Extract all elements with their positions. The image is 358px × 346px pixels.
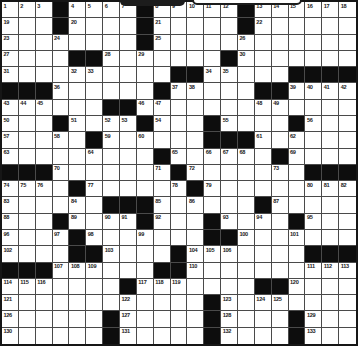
cell-r11c16[interactable] <box>255 165 272 181</box>
cell-r9c18[interactable]: 62 <box>289 132 306 148</box>
cell-r12c8[interactable] <box>120 181 137 197</box>
cell-r3c19[interactable] <box>305 35 322 51</box>
cell-r8c19[interactable]: 56 <box>305 116 322 132</box>
cell-r10c5[interactable] <box>69 149 86 165</box>
cell-r18c19[interactable] <box>305 279 322 295</box>
cell-r10c8[interactable] <box>120 149 137 165</box>
cell-r8c14[interactable]: 55 <box>221 116 238 132</box>
cell-r19c11[interactable] <box>171 295 188 311</box>
cell-r21c14[interactable]: 132 <box>221 328 238 344</box>
cell-r14c19[interactable]: 95 <box>305 214 322 230</box>
cell-r11c17[interactable]: 73 <box>272 165 289 181</box>
cell-r20c4[interactable] <box>53 311 70 327</box>
cell-r16c15[interactable] <box>238 246 255 262</box>
cell-r3c21[interactable] <box>339 35 356 51</box>
cell-r10c1[interactable]: 63 <box>2 149 19 165</box>
cell-r7c2[interactable]: 44 <box>19 100 36 116</box>
cell-r8c7[interactable]: 52 <box>103 116 120 132</box>
cell-r6c5[interactable] <box>69 83 86 99</box>
cell-r6c13[interactable] <box>204 83 221 99</box>
cell-r10c21[interactable] <box>339 149 356 165</box>
cell-r17c6[interactable]: 109 <box>86 263 103 279</box>
cell-r15c18[interactable]: 101 <box>289 230 306 246</box>
cell-r2c17[interactable] <box>272 18 289 34</box>
cell-r14c2[interactable] <box>19 214 36 230</box>
cell-r2c13[interactable] <box>204 18 221 34</box>
cell-r15c11[interactable] <box>171 230 188 246</box>
cell-r2c3[interactable] <box>36 18 53 34</box>
cell-r10c20[interactable] <box>322 149 339 165</box>
cell-r14c1[interactable]: 88 <box>2 214 19 230</box>
cell-r8c20[interactable] <box>322 116 339 132</box>
cell-r20c12[interactable] <box>187 311 204 327</box>
cell-r12c21[interactable]: 82 <box>339 181 356 197</box>
cell-r13c18[interactable] <box>289 197 306 213</box>
cell-r4c19[interactable] <box>305 51 322 67</box>
cell-r15c17[interactable] <box>272 230 289 246</box>
cell-r9c7[interactable]: 59 <box>103 132 120 148</box>
cell-r14c15[interactable] <box>238 214 255 230</box>
cell-r16c14[interactable]: 106 <box>221 246 238 262</box>
cell-r9c17[interactable] <box>272 132 289 148</box>
cell-r4c21[interactable] <box>339 51 356 67</box>
cell-r11c7[interactable] <box>103 165 120 181</box>
cell-r15c19[interactable] <box>305 230 322 246</box>
cell-r7c3[interactable]: 45 <box>36 100 53 116</box>
cell-r4c18[interactable] <box>289 51 306 67</box>
cell-r5c14[interactable]: 35 <box>221 67 238 83</box>
cell-r13c14[interactable] <box>221 197 238 213</box>
cell-r3c10[interactable]: 25 <box>154 35 171 51</box>
cell-r3c20[interactable] <box>322 35 339 51</box>
cell-r13c19[interactable] <box>305 197 322 213</box>
cell-r13c21[interactable] <box>339 197 356 213</box>
cell-r1c3[interactable]: 3 <box>36 2 53 18</box>
cell-r18c15[interactable] <box>238 279 255 295</box>
cell-r7c10[interactable]: 47 <box>154 100 171 116</box>
cell-r7c5[interactable] <box>69 100 86 116</box>
cell-r3c8[interactable] <box>120 35 137 51</box>
cell-r15c15[interactable]: 100 <box>238 230 255 246</box>
cell-r14c16[interactable]: 94 <box>255 214 272 230</box>
cell-r3c7[interactable] <box>103 35 120 51</box>
cell-r19c6[interactable] <box>86 295 103 311</box>
cell-r16c8[interactable] <box>120 246 137 262</box>
cell-r8c10[interactable]: 54 <box>154 116 171 132</box>
cell-r20c5[interactable] <box>69 311 86 327</box>
cell-r2c18[interactable] <box>289 18 306 34</box>
cell-r2c1[interactable]: 19 <box>2 18 19 34</box>
cell-r6c6[interactable] <box>86 83 103 99</box>
cell-r11c8[interactable] <box>120 165 137 181</box>
cell-r21c2[interactable] <box>19 328 36 344</box>
cell-r19c4[interactable] <box>53 295 70 311</box>
cell-r20c16[interactable] <box>255 311 272 327</box>
cell-r5c3[interactable] <box>36 67 53 83</box>
cell-r18c5[interactable] <box>69 279 86 295</box>
cell-r19c18[interactable] <box>289 295 306 311</box>
cell-r5c10[interactable] <box>154 67 171 83</box>
cell-r17c8[interactable] <box>120 263 137 279</box>
cell-r17c7[interactable] <box>103 263 120 279</box>
cell-r9c19[interactable] <box>305 132 322 148</box>
cell-r15c2[interactable] <box>19 230 36 246</box>
cell-r17c16[interactable] <box>255 263 272 279</box>
cell-r5c4[interactable] <box>53 67 70 83</box>
cell-r3c17[interactable] <box>272 35 289 51</box>
cell-r8c17[interactable] <box>272 116 289 132</box>
cell-r15c1[interactable]: 96 <box>2 230 19 246</box>
cell-r20c3[interactable] <box>36 311 53 327</box>
cell-r5c1[interactable]: 31 <box>2 67 19 83</box>
cell-r8c3[interactable] <box>36 116 53 132</box>
cell-r13c6[interactable] <box>86 197 103 213</box>
cell-r18c4[interactable] <box>53 279 70 295</box>
cell-r3c4[interactable]: 24 <box>53 35 70 51</box>
cell-r13c3[interactable] <box>36 197 53 213</box>
cell-r11c15[interactable] <box>238 165 255 181</box>
cell-r12c19[interactable]: 80 <box>305 181 322 197</box>
cell-r13c1[interactable]: 83 <box>2 197 19 213</box>
cell-r20c17[interactable] <box>272 311 289 327</box>
cell-r9c4[interactable]: 58 <box>53 132 70 148</box>
cell-r21c1[interactable]: 130 <box>2 328 19 344</box>
cell-r14c21[interactable] <box>339 214 356 230</box>
cell-r13c15[interactable] <box>238 197 255 213</box>
cell-r8c11[interactable] <box>171 116 188 132</box>
cell-r2c5[interactable]: 20 <box>69 18 86 34</box>
cell-r4c3[interactable] <box>36 51 53 67</box>
cell-r5c13[interactable]: 34 <box>204 67 221 83</box>
cell-r12c17[interactable] <box>272 181 289 197</box>
cell-r1c7[interactable]: 6 <box>103 2 120 18</box>
cell-r1c1[interactable]: 1 <box>2 2 19 18</box>
cell-r21c12[interactable] <box>187 328 204 344</box>
cell-r8c5[interactable]: 51 <box>69 116 86 132</box>
cell-r11c13[interactable] <box>204 165 221 181</box>
cell-r15c20[interactable] <box>322 230 339 246</box>
cell-r20c19[interactable]: 129 <box>305 311 322 327</box>
cell-r18c7[interactable] <box>103 279 120 295</box>
cell-r8c2[interactable] <box>19 116 36 132</box>
cell-r6c4[interactable]: 36 <box>53 83 70 99</box>
cell-r14c11[interactable] <box>171 214 188 230</box>
cell-r16c1[interactable]: 102 <box>2 246 19 262</box>
cell-r5c16[interactable] <box>255 67 272 83</box>
cell-r5c5[interactable]: 32 <box>69 67 86 83</box>
cell-r8c6[interactable] <box>86 116 103 132</box>
cell-r6c11[interactable]: 37 <box>171 83 188 99</box>
cell-r16c16[interactable] <box>255 246 272 262</box>
cell-r10c14[interactable]: 67 <box>221 149 238 165</box>
cell-r19c20[interactable] <box>322 295 339 311</box>
cell-r11c10[interactable]: 71 <box>154 165 171 181</box>
cell-r4c11[interactable] <box>171 51 188 67</box>
cell-r8c16[interactable] <box>255 116 272 132</box>
cell-r12c7[interactable] <box>103 181 120 197</box>
cell-r3c2[interactable] <box>19 35 36 51</box>
cell-r18c20[interactable] <box>322 279 339 295</box>
cell-r19c16[interactable]: 124 <box>255 295 272 311</box>
cell-r19c12[interactable] <box>187 295 204 311</box>
cell-r2c2[interactable] <box>19 18 36 34</box>
cell-r14c17[interactable] <box>272 214 289 230</box>
cell-r12c10[interactable] <box>154 181 171 197</box>
cell-r2c19[interactable] <box>305 18 322 34</box>
cell-r9c1[interactable]: 57 <box>2 132 19 148</box>
cell-r5c9[interactable] <box>137 67 154 83</box>
cell-r10c6[interactable]: 64 <box>86 149 103 165</box>
cell-r9c11[interactable] <box>171 132 188 148</box>
cell-r19c19[interactable] <box>305 295 322 311</box>
cell-r21c11[interactable] <box>171 328 188 344</box>
cell-r6c14[interactable] <box>221 83 238 99</box>
cell-r18c3[interactable]: 116 <box>36 279 53 295</box>
cell-r12c18[interactable] <box>289 181 306 197</box>
cell-r20c20[interactable] <box>322 311 339 327</box>
cell-r7c15[interactable] <box>238 100 255 116</box>
cell-r9c3[interactable] <box>36 132 53 148</box>
cell-r18c2[interactable]: 115 <box>19 279 36 295</box>
cell-r14c12[interactable] <box>187 214 204 230</box>
cell-r20c1[interactable]: 126 <box>2 311 19 327</box>
cell-r10c12[interactable] <box>187 149 204 165</box>
cell-r17c21[interactable]: 113 <box>339 263 356 279</box>
cell-r1c2[interactable]: 2 <box>19 2 36 18</box>
cell-r20c21[interactable] <box>339 311 356 327</box>
cell-r18c1[interactable]: 114 <box>2 279 19 295</box>
cell-r2c21[interactable] <box>339 18 356 34</box>
cell-r4c9[interactable]: 29 <box>137 51 154 67</box>
cell-r7c12[interactable] <box>187 100 204 116</box>
cell-r12c14[interactable] <box>221 181 238 197</box>
cell-r6c18[interactable]: 39 <box>289 83 306 99</box>
cell-r15c12[interactable] <box>187 230 204 246</box>
cell-r21c10[interactable] <box>154 328 171 344</box>
cell-r16c10[interactable] <box>154 246 171 262</box>
cell-r7c11[interactable] <box>171 100 188 116</box>
cell-r10c2[interactable] <box>19 149 36 165</box>
cell-r14c3[interactable] <box>36 214 53 230</box>
cell-r3c14[interactable] <box>221 35 238 51</box>
cell-r12c6[interactable]: 77 <box>86 181 103 197</box>
cell-r13c10[interactable]: 85 <box>154 197 171 213</box>
cell-r14c7[interactable]: 90 <box>103 214 120 230</box>
cell-r3c3[interactable] <box>36 35 53 51</box>
cell-r19c8[interactable]: 122 <box>120 295 137 311</box>
cell-r3c12[interactable] <box>187 35 204 51</box>
cell-r4c17[interactable] <box>272 51 289 67</box>
cell-r19c7[interactable] <box>103 295 120 311</box>
cell-r4c13[interactable] <box>204 51 221 67</box>
cell-r20c10[interactable] <box>154 311 171 327</box>
cell-r14c14[interactable]: 93 <box>221 214 238 230</box>
cell-r11c14[interactable] <box>221 165 238 181</box>
cell-r7c18[interactable] <box>289 100 306 116</box>
cell-r13c12[interactable]: 86 <box>187 197 204 213</box>
cell-r15c4[interactable]: 97 <box>53 230 70 246</box>
cell-r2c10[interactable]: 21 <box>154 18 171 34</box>
cell-r2c16[interactable]: 22 <box>255 18 272 34</box>
cell-r20c11[interactable] <box>171 311 188 327</box>
cell-r17c13[interactable] <box>204 263 221 279</box>
cell-r19c14[interactable]: 123 <box>221 295 238 311</box>
cell-r7c9[interactable]: 46 <box>137 100 154 116</box>
cell-r20c8[interactable]: 127 <box>120 311 137 327</box>
cell-r17c17[interactable] <box>272 263 289 279</box>
cell-r4c20[interactable] <box>322 51 339 67</box>
cell-r21c6[interactable] <box>86 328 103 344</box>
cell-r8c1[interactable]: 50 <box>2 116 19 132</box>
cell-r5c17[interactable] <box>272 67 289 83</box>
cell-r6c19[interactable]: 40 <box>305 83 322 99</box>
cell-r14c5[interactable]: 89 <box>69 214 86 230</box>
cell-r9c21[interactable] <box>339 132 356 148</box>
cell-r12c4[interactable] <box>53 181 70 197</box>
cell-r16c13[interactable]: 105 <box>204 246 221 262</box>
cell-r3c11[interactable] <box>171 35 188 51</box>
cell-r11c4[interactable]: 70 <box>53 165 70 181</box>
cell-r16c18[interactable] <box>289 246 306 262</box>
cell-r6c12[interactable]: 38 <box>187 83 204 99</box>
cell-r10c15[interactable]: 68 <box>238 149 255 165</box>
cell-r10c19[interactable] <box>305 149 322 165</box>
cell-r3c13[interactable] <box>204 35 221 51</box>
cell-r3c1[interactable]: 23 <box>2 35 19 51</box>
cell-r18c18[interactable]: 120 <box>289 279 306 295</box>
cell-r17c19[interactable]: 111 <box>305 263 322 279</box>
cell-r10c4[interactable] <box>53 149 70 165</box>
cell-r19c10[interactable] <box>154 295 171 311</box>
cell-r9c20[interactable] <box>322 132 339 148</box>
cell-r15c3[interactable] <box>36 230 53 246</box>
cell-r14c10[interactable]: 92 <box>154 214 171 230</box>
cell-r20c9[interactable] <box>137 311 154 327</box>
cell-r21c9[interactable] <box>137 328 154 344</box>
cell-r13c2[interactable] <box>19 197 36 213</box>
cell-r3c18[interactable] <box>289 35 306 51</box>
cell-r19c9[interactable] <box>137 295 154 311</box>
cell-r13c17[interactable]: 87 <box>272 197 289 213</box>
cell-r20c2[interactable] <box>19 311 36 327</box>
cell-r5c7[interactable] <box>103 67 120 83</box>
cell-r12c9[interactable] <box>137 181 154 197</box>
cell-r11c18[interactable] <box>289 165 306 181</box>
cell-r19c15[interactable] <box>238 295 255 311</box>
cell-r13c13[interactable] <box>204 197 221 213</box>
cell-r12c20[interactable]: 81 <box>322 181 339 197</box>
cell-r17c5[interactable]: 108 <box>69 263 86 279</box>
cell-r17c9[interactable] <box>137 263 154 279</box>
cell-r3c5[interactable] <box>69 35 86 51</box>
cell-r10c16[interactable] <box>255 149 272 165</box>
cell-r9c12[interactable] <box>187 132 204 148</box>
cell-r5c6[interactable]: 33 <box>86 67 103 83</box>
cell-r18c11[interactable]: 119 <box>171 279 188 295</box>
cell-r5c8[interactable] <box>120 67 137 83</box>
cell-r4c15[interactable]: 30 <box>238 51 255 67</box>
cell-r15c9[interactable]: 99 <box>137 230 154 246</box>
cell-r10c18[interactable]: 69 <box>289 149 306 165</box>
cell-r19c1[interactable]: 121 <box>2 295 19 311</box>
cell-r2c12[interactable] <box>187 18 204 34</box>
cell-r12c15[interactable] <box>238 181 255 197</box>
cell-r8c21[interactable] <box>339 116 356 132</box>
cell-r5c15[interactable] <box>238 67 255 83</box>
cell-r18c6[interactable] <box>86 279 103 295</box>
cell-r21c21[interactable] <box>339 328 356 344</box>
cell-r19c17[interactable]: 125 <box>272 295 289 311</box>
cell-r4c7[interactable]: 28 <box>103 51 120 67</box>
cell-r14c6[interactable] <box>86 214 103 230</box>
cell-r18c12[interactable] <box>187 279 204 295</box>
cell-r16c9[interactable] <box>137 246 154 262</box>
cell-r1c20[interactable]: 17 <box>322 2 339 18</box>
cell-r15c16[interactable] <box>255 230 272 246</box>
cell-r18c13[interactable] <box>204 279 221 295</box>
cell-r18c10[interactable]: 118 <box>154 279 171 295</box>
cell-r9c2[interactable] <box>19 132 36 148</box>
cell-r12c13[interactable]: 79 <box>204 181 221 197</box>
cell-r12c11[interactable]: 78 <box>171 181 188 197</box>
cell-r2c7[interactable] <box>103 18 120 34</box>
cell-r8c8[interactable]: 53 <box>120 116 137 132</box>
cell-r17c15[interactable] <box>238 263 255 279</box>
cell-r10c11[interactable]: 65 <box>171 149 188 165</box>
cell-r21c20[interactable] <box>322 328 339 344</box>
cell-r21c15[interactable] <box>238 328 255 344</box>
cell-r20c6[interactable] <box>86 311 103 327</box>
cell-r7c16[interactable]: 48 <box>255 100 272 116</box>
cell-r7c13[interactable] <box>204 100 221 116</box>
cell-r19c5[interactable] <box>69 295 86 311</box>
cell-r6c15[interactable] <box>238 83 255 99</box>
cell-r9c10[interactable] <box>154 132 171 148</box>
cell-r10c3[interactable] <box>36 149 53 165</box>
cell-r16c12[interactable]: 104 <box>187 246 204 262</box>
cell-r11c12[interactable]: 72 <box>187 165 204 181</box>
cell-r14c20[interactable] <box>322 214 339 230</box>
cell-r4c12[interactable] <box>187 51 204 67</box>
cell-r17c20[interactable]: 112 <box>322 263 339 279</box>
cell-r21c19[interactable]: 133 <box>305 328 322 344</box>
cell-r7c1[interactable]: 43 <box>2 100 19 116</box>
cell-r8c15[interactable] <box>238 116 255 132</box>
cell-r15c6[interactable]: 98 <box>86 230 103 246</box>
cell-r17c4[interactable]: 107 <box>53 263 70 279</box>
cell-r21c3[interactable] <box>36 328 53 344</box>
cell-r9c9[interactable]: 60 <box>137 132 154 148</box>
cell-r12c16[interactable] <box>255 181 272 197</box>
cell-r9c16[interactable]: 61 <box>255 132 272 148</box>
cell-r6c8[interactable] <box>120 83 137 99</box>
crossword-grid[interactable]: 1234567891011121314151617181920212223242… <box>2 2 356 344</box>
cell-r12c2[interactable]: 75 <box>19 181 36 197</box>
cell-r14c8[interactable]: 91 <box>120 214 137 230</box>
cell-r6c21[interactable]: 42 <box>339 83 356 99</box>
cell-r21c17[interactable] <box>272 328 289 344</box>
cell-r21c8[interactable]: 131 <box>120 328 137 344</box>
cell-r1c5[interactable]: 4 <box>69 2 86 18</box>
cell-r12c1[interactable]: 74 <box>2 181 19 197</box>
cell-r13c11[interactable] <box>171 197 188 213</box>
cell-r4c1[interactable]: 27 <box>2 51 19 67</box>
cell-r7c4[interactable] <box>53 100 70 116</box>
cell-r4c8[interactable] <box>120 51 137 67</box>
cell-r10c13[interactable]: 66 <box>204 149 221 165</box>
cell-r4c2[interactable] <box>19 51 36 67</box>
cell-r1c19[interactable]: 16 <box>305 2 322 18</box>
